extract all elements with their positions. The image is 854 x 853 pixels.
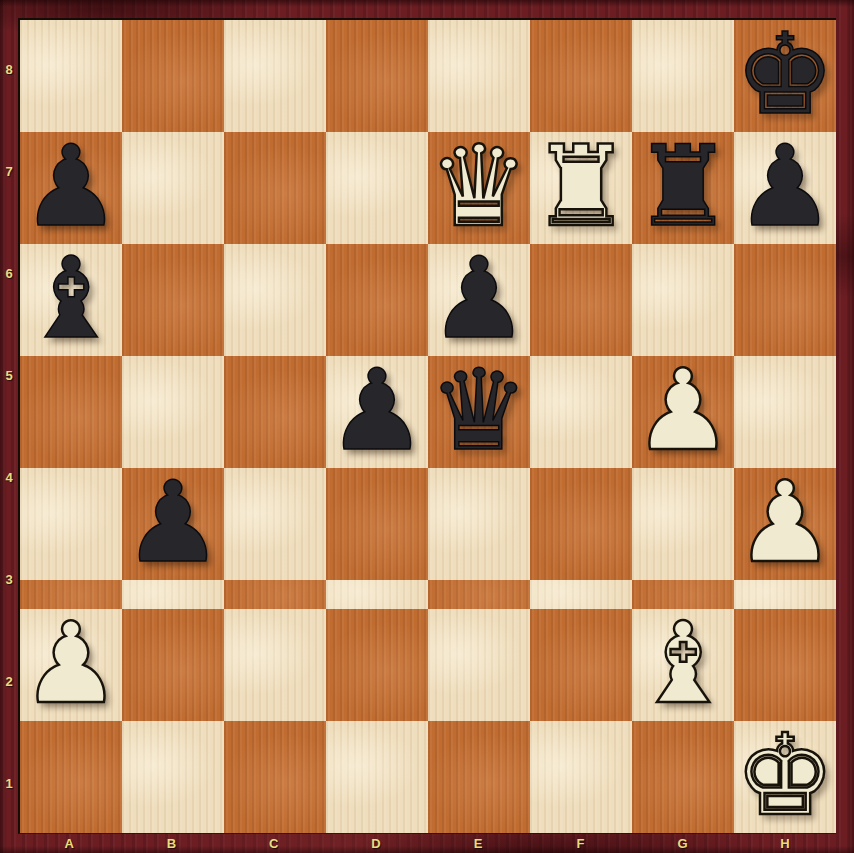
square-f8[interactable] (530, 20, 632, 132)
square-g7[interactable]: ♜ (632, 132, 734, 244)
square-d8[interactable] (326, 20, 428, 132)
square-h7[interactable]: ♟ (734, 132, 836, 244)
square-c3[interactable] (224, 580, 326, 609)
file-label-b: B (120, 834, 222, 853)
white-pawn[interactable]: ♟ (633, 354, 733, 466)
square-e1[interactable] (428, 721, 530, 833)
square-f1[interactable] (530, 721, 632, 833)
square-g8[interactable] (632, 20, 734, 132)
rank-label-7: 7 (0, 120, 18, 222)
square-f3[interactable] (530, 580, 632, 609)
square-c1[interactable] (224, 721, 326, 833)
white-pawn[interactable]: ♟ (21, 607, 121, 719)
rank-label-3: 3 (0, 528, 18, 630)
square-e2[interactable] (428, 609, 530, 721)
square-h3[interactable] (734, 580, 836, 609)
square-f5[interactable] (530, 356, 632, 468)
square-b4[interactable]: ♟ (122, 468, 224, 580)
square-e8[interactable] (428, 20, 530, 132)
square-a5[interactable] (20, 356, 122, 468)
rank-label-5: 5 (0, 324, 18, 426)
rank-label-1: 1 (0, 732, 18, 834)
rank-label-4: 4 (0, 426, 18, 528)
square-b5[interactable] (122, 356, 224, 468)
chessboard-frame: ♚♟♛♜♜♟♝♟♟♛♟♟♟♟♝♚ 87654321 ABCDEFGH (0, 0, 854, 853)
square-c8[interactable] (224, 20, 326, 132)
chessboard: ♚♟♛♜♜♟♝♟♟♛♟♟♟♟♝♚ (18, 18, 836, 834)
square-h2[interactable] (734, 609, 836, 721)
square-d4[interactable] (326, 468, 428, 580)
square-g2[interactable]: ♝ (632, 609, 734, 721)
square-c2[interactable] (224, 609, 326, 721)
square-d7[interactable] (326, 132, 428, 244)
black-rook[interactable]: ♜ (633, 130, 733, 242)
file-label-e: E (427, 834, 529, 853)
black-pawn[interactable]: ♟ (21, 130, 121, 242)
square-f2[interactable] (530, 609, 632, 721)
square-a2[interactable]: ♟ (20, 609, 122, 721)
square-g4[interactable] (632, 468, 734, 580)
square-h8[interactable]: ♚ (734, 20, 836, 132)
square-f6[interactable] (530, 244, 632, 356)
square-c6[interactable] (224, 244, 326, 356)
square-b3[interactable] (122, 580, 224, 609)
white-king[interactable]: ♚ (735, 719, 835, 831)
black-bishop[interactable]: ♝ (21, 242, 121, 354)
square-b7[interactable] (122, 132, 224, 244)
black-king[interactable]: ♚ (735, 18, 835, 130)
square-f7[interactable]: ♜ (530, 132, 632, 244)
square-a8[interactable] (20, 20, 122, 132)
white-queen[interactable]: ♛ (429, 130, 529, 242)
square-c5[interactable] (224, 356, 326, 468)
file-label-f: F (529, 834, 631, 853)
square-e5[interactable]: ♛ (428, 356, 530, 468)
square-d3[interactable] (326, 580, 428, 609)
square-g1[interactable] (632, 721, 734, 833)
square-c4[interactable] (224, 468, 326, 580)
square-h6[interactable] (734, 244, 836, 356)
file-label-a: A (18, 834, 120, 853)
rank-labels: 87654321 (0, 18, 18, 834)
square-a6[interactable]: ♝ (20, 244, 122, 356)
rank-label-2: 2 (0, 630, 18, 732)
square-a1[interactable] (20, 721, 122, 833)
square-h1[interactable]: ♚ (734, 721, 836, 833)
black-pawn[interactable]: ♟ (429, 242, 529, 354)
square-f4[interactable] (530, 468, 632, 580)
square-b6[interactable] (122, 244, 224, 356)
square-g5[interactable]: ♟ (632, 356, 734, 468)
square-b1[interactable] (122, 721, 224, 833)
square-e7[interactable]: ♛ (428, 132, 530, 244)
square-a4[interactable] (20, 468, 122, 580)
file-label-h: H (734, 834, 836, 853)
square-e4[interactable] (428, 468, 530, 580)
square-h4[interactable]: ♟ (734, 468, 836, 580)
square-e3[interactable] (428, 580, 530, 609)
square-g6[interactable] (632, 244, 734, 356)
square-a7[interactable]: ♟ (20, 132, 122, 244)
square-c7[interactable] (224, 132, 326, 244)
black-pawn[interactable]: ♟ (735, 130, 835, 242)
black-pawn[interactable]: ♟ (123, 466, 223, 578)
square-d2[interactable] (326, 609, 428, 721)
square-b8[interactable] (122, 20, 224, 132)
black-pawn[interactable]: ♟ (327, 354, 427, 466)
file-label-c: C (223, 834, 325, 853)
file-label-g: G (632, 834, 734, 853)
file-labels: ABCDEFGH (18, 834, 836, 853)
white-rook[interactable]: ♜ (531, 130, 631, 242)
square-b2[interactable] (122, 609, 224, 721)
square-d6[interactable] (326, 244, 428, 356)
square-d5[interactable]: ♟ (326, 356, 428, 468)
white-pawn[interactable]: ♟ (735, 466, 835, 578)
square-e6[interactable]: ♟ (428, 244, 530, 356)
white-bishop[interactable]: ♝ (633, 607, 733, 719)
rank-label-8: 8 (0, 18, 18, 120)
rank-label-6: 6 (0, 222, 18, 324)
file-label-d: D (325, 834, 427, 853)
square-h5[interactable] (734, 356, 836, 468)
black-queen[interactable]: ♛ (429, 354, 529, 466)
square-d1[interactable] (326, 721, 428, 833)
